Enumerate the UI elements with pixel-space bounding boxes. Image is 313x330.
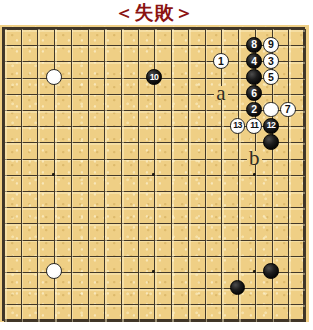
move-5-white-stone: 5 xyxy=(263,69,280,85)
move-7-white-stone: 7 xyxy=(279,101,296,117)
white-stone xyxy=(45,69,62,85)
move-9-white-stone: 9 xyxy=(263,37,280,53)
move-4-black-stone: 4 xyxy=(246,53,263,69)
black-stone xyxy=(246,69,263,85)
move-12-black-stone: 12 xyxy=(263,118,280,134)
star-point xyxy=(146,166,163,182)
go-board: ab12345678910111213 xyxy=(0,25,309,322)
go-diagram-page: ＜失敗＞ ab12345678910111213 xyxy=(0,0,309,330)
board-label-b: b xyxy=(246,150,263,166)
move-6-black-stone: 6 xyxy=(246,85,263,101)
move-1-white-stone: 1 xyxy=(212,53,229,69)
move-2-black-stone: 2 xyxy=(246,101,263,117)
star-point xyxy=(246,263,263,279)
move-11-white-stone: 11 xyxy=(246,118,263,134)
board-intersections: ab12345678910111213 xyxy=(0,20,313,328)
move-3-white-stone: 3 xyxy=(263,53,280,69)
black-stone xyxy=(229,279,246,295)
black-stone xyxy=(263,263,280,279)
move-13-white-stone: 13 xyxy=(229,118,246,134)
white-stone xyxy=(263,101,280,117)
white-stone xyxy=(45,263,62,279)
star-point xyxy=(146,263,163,279)
move-8-black-stone: 8 xyxy=(246,37,263,53)
move-10-black-stone: 10 xyxy=(146,69,163,85)
black-stone xyxy=(263,134,280,150)
star-point xyxy=(45,166,62,182)
board-label-a: a xyxy=(212,85,229,101)
